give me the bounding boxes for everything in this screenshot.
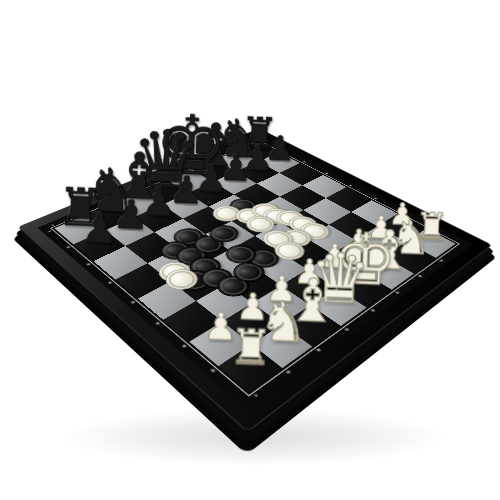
product-photo-chess-set: ♜♞♝♛♚♝♞♜♟♟♟♟♟♟♟♟♟♟♟♟♟♟♟♟♜♞♝♛♚♝♞♜: [0, 0, 500, 500]
square-e5: [231, 208, 280, 236]
board-grid: ♜♞♝♛♚♝♞♜♟♟♟♟♟♟♟♟♟♟♟♟♟♟♟♟♜♞♝♛♚♝♞♜: [54, 142, 455, 393]
chess-board: ♜♞♝♛♚♝♞♜♟♟♟♟♟♟♟♟♟♟♟♟♟♟♟♟♜♞♝♛♚♝♞♜: [18, 128, 493, 432]
board-border-panel: ♜♞♝♛♚♝♞♜♟♟♟♟♟♟♟♟♟♟♟♟♟♟♟♟♜♞♝♛♚♝♞♜: [37, 135, 472, 410]
white-knight-glyph: ♞: [389, 214, 432, 262]
scene: ♜♞♝♛♚♝♞♜♟♟♟♟♟♟♟♟♟♟♟♟♟♟♟♟♜♞♝♛♚♝♞♜: [0, 0, 500, 500]
